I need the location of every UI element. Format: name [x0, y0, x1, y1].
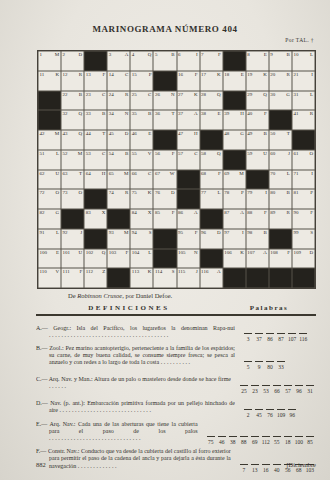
cell-48: 48G	[223, 130, 246, 150]
letter-blank: 76	[266, 409, 274, 418]
cell-number: 69	[224, 171, 229, 177]
cell-55: 55V	[130, 150, 153, 170]
cell-number: 39	[224, 111, 229, 117]
letter-blank: 96	[288, 409, 296, 418]
blank-number: 88	[241, 439, 247, 445]
blank-number: 18	[285, 439, 291, 445]
black-cell-r12c11	[269, 268, 292, 288]
cell-clue-letter: M	[55, 52, 59, 58]
cell-number: 2	[63, 52, 66, 58]
letter-blank: 57	[284, 385, 292, 394]
cell-clue-letter: R	[310, 111, 313, 117]
cell-clue-letter: L	[56, 230, 59, 236]
cell-2: 2D	[61, 51, 84, 71]
cell-number: 10	[293, 52, 298, 58]
cell-clue-letter: C	[125, 72, 128, 78]
cell-number: 71	[293, 171, 298, 177]
cell-clue-letter: Q	[263, 92, 267, 98]
cell-clue-letter: C	[102, 92, 105, 98]
cell-number: 33	[86, 111, 91, 117]
cell-clue-letter: U	[263, 151, 267, 157]
cell-number: 28	[201, 92, 206, 98]
cell-40: 40F	[246, 110, 269, 130]
cell-36: 36T	[153, 110, 176, 130]
cell-clue-letter: I	[265, 190, 267, 196]
cell-number: 87	[224, 210, 229, 216]
cell-clue-letter: F	[102, 72, 105, 78]
letter-blank: 40	[273, 464, 281, 473]
cell-number: 112	[86, 269, 93, 275]
cell-105: 105N	[177, 249, 200, 269]
cell-number: 48	[224, 131, 229, 137]
cell-30: 30G	[269, 91, 292, 111]
cell-number: 84	[132, 210, 137, 216]
blank-number: 69	[252, 439, 258, 445]
cell-number: 109	[293, 250, 301, 256]
blank-number: 31	[307, 388, 313, 394]
cell-clue-letter: X	[102, 210, 106, 216]
cell-number: 3	[109, 52, 112, 58]
cell-82: 82G	[38, 209, 61, 229]
cell-number: 56	[155, 151, 160, 157]
cell-73: 73O	[61, 189, 84, 209]
blank-number: 9	[258, 364, 261, 370]
letter-blank: 109	[277, 409, 285, 418]
blank-number: 38	[230, 439, 236, 445]
cell-clue-letter: X	[148, 210, 152, 216]
cell-clue-letter: J	[288, 151, 290, 157]
cell-51: 51L	[38, 150, 61, 170]
cell-14: 14C	[107, 71, 130, 91]
cell-81: 81P	[292, 189, 315, 209]
cell-33: 33B	[84, 110, 107, 130]
cell-number: 72	[40, 190, 45, 196]
cell-clue-letter: S	[310, 230, 313, 236]
cell-61: 61O	[292, 150, 315, 170]
cell-number: 94	[132, 230, 137, 236]
blank-number: 3	[247, 336, 250, 342]
blank-number: 25	[241, 388, 247, 394]
cell-number: 81	[293, 190, 298, 196]
section-headers: DEFINICIONES Palabras	[36, 304, 316, 312]
cell-47: 47H	[177, 130, 200, 150]
cell-number: 41	[293, 111, 298, 117]
clue-A: A.— Geogr.: Isla del Pacífico, los lugar…	[36, 321, 317, 339]
cell-26: 26N	[153, 91, 176, 111]
cell-clue-letter: M	[55, 131, 59, 137]
black-cell-r5c8	[200, 130, 223, 150]
cell-clue-letter: G	[55, 210, 59, 216]
cell-clue-letter: O	[309, 151, 313, 157]
cell-76: 76D	[153, 189, 176, 209]
cell-number: 8	[247, 52, 250, 58]
cell-number: 47	[178, 131, 183, 137]
cell-42: 42M	[38, 130, 61, 150]
cell-clue-letter: A	[194, 111, 198, 117]
black-cell-r7c10	[246, 170, 269, 190]
leader-dots: .............	[78, 463, 118, 469]
cell-103: 103F	[107, 249, 130, 269]
cell-clue-letter: O	[79, 190, 83, 196]
cell-clue-letter: P	[149, 72, 152, 78]
cell-86: 86A	[177, 209, 200, 229]
letter-blank: 25	[240, 385, 248, 394]
letter-blank: 16	[262, 464, 270, 473]
leader-dots: .......................................	[49, 332, 170, 338]
cell-clue-letter: B	[148, 111, 151, 117]
clue-list: A.— Geogr.: Isla del Pacífico, los lugar…	[36, 321, 317, 476]
cell-clue-letter: I	[242, 230, 244, 236]
attribution-suffix: , por Daniel Defoe.	[122, 292, 172, 299]
cell-number: 103	[109, 250, 117, 256]
cell-99: 99S	[292, 229, 315, 249]
blank-number: 2	[247, 412, 250, 418]
palabras-header: Palabras	[222, 304, 316, 312]
cell-65: 65M	[107, 170, 130, 190]
blank-number: 96	[296, 388, 302, 394]
cell-number: 23	[86, 92, 91, 98]
cell-112: 112Z	[84, 268, 107, 288]
cell-clue-letter: F	[79, 269, 82, 275]
cell-number: 31	[293, 92, 298, 98]
letter-blank: 112	[262, 436, 270, 445]
letter-blank: 31	[306, 385, 314, 394]
blank-number: 57	[285, 388, 291, 394]
blank-number: 66	[274, 388, 280, 394]
letter-blank: 80	[266, 361, 274, 370]
cell-clue-letter: H	[240, 111, 244, 117]
author-credit: Por TAL. †	[285, 37, 314, 43]
cell-clue-letter: L	[310, 52, 313, 58]
palabras-numbers-A: 3378687107116	[235, 324, 317, 342]
blank-number: 75	[208, 439, 214, 445]
cell-clue-letter: M	[124, 230, 128, 236]
cell-24: 24R	[107, 91, 130, 111]
cell-number: 12	[63, 72, 68, 78]
black-cell-r4c11	[269, 110, 292, 130]
black-cell-r2c6	[153, 71, 176, 91]
quote-attribution: De Robinson Crusoe, por Daniel Defoe.	[68, 292, 172, 299]
blank-number: 85	[307, 439, 313, 445]
cell-clue-letter: K	[148, 190, 152, 196]
cell-clue-letter: Q	[79, 111, 83, 117]
blank-number: 40	[274, 467, 280, 473]
cell-clue-letter: K	[217, 72, 221, 78]
cell-number: 9	[270, 52, 273, 58]
cell-clue-letter: N	[194, 250, 198, 256]
cell-number: 7	[201, 52, 204, 58]
cell-59: 59U	[246, 150, 269, 170]
cell-clue-letter: J	[196, 269, 198, 275]
cell-57: 57C	[177, 150, 200, 170]
cell-28: 28Q	[200, 91, 223, 111]
cell-clue-letter: E	[148, 131, 151, 137]
cell-16: 16F	[177, 71, 200, 91]
blank-number: 76	[267, 412, 273, 418]
cell-clue-letter: F	[264, 111, 267, 117]
cell-clue-letter: K	[194, 92, 198, 98]
cell-87: 87A	[223, 209, 246, 229]
cell-clue-letter: B	[171, 52, 174, 58]
cell-number: 75	[132, 190, 137, 196]
cell-number: 32	[63, 111, 68, 117]
cell-number: 66	[132, 171, 137, 177]
blank-number: 45	[256, 412, 262, 418]
cell-70: 70L	[269, 170, 292, 190]
cell-clue-letter: I	[311, 72, 313, 78]
cell-clue-letter: G	[240, 131, 244, 137]
cell-27: 27K	[177, 91, 200, 111]
cell-clue-letter: R	[287, 210, 290, 216]
cell-38: 38E	[200, 110, 223, 130]
cell-number: 57	[178, 151, 183, 157]
cell-clue-letter: M	[78, 151, 82, 157]
letter-blank: 38	[229, 436, 237, 445]
cell-101: 101U	[61, 249, 84, 269]
black-cell-r10c11	[269, 229, 292, 249]
clue-text-A: A.— Geogr.: Isla del Pacífico, los lugar…	[36, 325, 235, 339]
blank-number: 100	[295, 439, 303, 445]
cell-clue-letter: B	[102, 111, 105, 117]
cell-94: 94S	[130, 229, 153, 249]
cell-35: 35B	[130, 110, 153, 130]
cell-clue-letter: A	[194, 210, 198, 216]
black-cell-r10c3	[84, 229, 107, 249]
cell-number: 64	[86, 171, 91, 177]
cell-37: 37A	[177, 110, 200, 130]
cell-clue-letter: L	[310, 92, 313, 98]
cell-number: 34	[109, 111, 114, 117]
cell-number: 100	[40, 250, 48, 256]
cell-clue-letter: P	[241, 190, 244, 196]
cell-number: 63	[63, 171, 68, 177]
letter-blank: 5	[244, 361, 252, 370]
letter-blank: 86	[266, 333, 274, 342]
cell-number: 65	[109, 171, 114, 177]
clue-B: B.— Zool.: Pez marino acantopterigio, pe…	[36, 345, 317, 367]
cell-clue-letter: H	[102, 171, 106, 177]
cell-number: 95	[178, 230, 183, 236]
cell-109: 109D	[292, 249, 315, 269]
cell-clue-letter: L	[56, 151, 59, 157]
cell-63: 63T	[61, 170, 84, 190]
cell-number: 16	[178, 72, 183, 78]
cell-clue-letter: U	[55, 171, 59, 177]
cell-45: 45D	[107, 130, 130, 150]
cell-clue-letter: F	[172, 151, 175, 157]
clue-text-F: F.— Constr. Nav.: Conducto que va desde …	[36, 448, 231, 470]
cell-75: 75K	[130, 189, 153, 209]
blank-number: 23	[252, 388, 258, 394]
cell-21: 21I	[292, 71, 315, 91]
cell-78: 78P	[223, 189, 246, 209]
cell-number: 110	[40, 269, 47, 275]
black-cell-r12c10	[246, 268, 269, 288]
letter-blank: 55	[273, 436, 281, 445]
cell-number: 76	[155, 190, 160, 196]
palabras-numbers-E: 7546388869112551810085	[198, 427, 317, 445]
page-title: MARINOGRAMA NÚMERO 404	[0, 24, 330, 34]
cell-85: 85F	[153, 209, 176, 229]
blank-number: 112	[262, 439, 270, 445]
cell-clue-letter: M	[124, 171, 128, 177]
letter-blank: 9	[255, 361, 263, 370]
black-cell-r12c4	[107, 268, 130, 288]
cell-15: 15P	[130, 71, 153, 91]
cell-number: 102	[86, 250, 94, 256]
cell-93: 93M	[107, 229, 130, 249]
black-cell-r9c2	[61, 209, 84, 229]
cell-number: 60	[270, 151, 275, 157]
cell-number: 106	[224, 250, 232, 256]
cell-number: 27	[178, 92, 183, 98]
cell-4: 4Q	[130, 51, 153, 71]
cell-102: 102Q	[84, 249, 107, 269]
blank-number: 107	[288, 336, 296, 342]
cell-number: 91	[40, 230, 45, 236]
cell-number: 113	[132, 269, 139, 275]
marinograma-grid: 1M2D3A4Q5B6I7F8E9B10L11K12R13F14C15P16F1…	[37, 50, 316, 289]
blank-number: 86	[267, 336, 273, 342]
cell-number: 83	[86, 210, 91, 216]
cell-77: 77L	[200, 189, 223, 209]
cell-107: 107A	[246, 249, 269, 269]
cell-68: 68F	[200, 170, 223, 190]
cell-46: 46E	[130, 130, 153, 150]
cell-number: 85	[155, 210, 160, 216]
cell-97: 97I	[223, 229, 246, 249]
cell-clue-letter: I	[196, 52, 198, 58]
cell-60: 60J	[269, 150, 292, 170]
cell-number: 38	[201, 111, 206, 117]
cell-number: 73	[63, 190, 68, 196]
leader-dots: ..............................	[49, 435, 142, 441]
cell-56: 56F	[153, 150, 176, 170]
cell-9: 9B	[269, 51, 292, 71]
cell-clue-letter: C	[194, 151, 197, 157]
cell-number: 35	[132, 111, 137, 117]
blank-number: 46	[219, 439, 225, 445]
cell-clue-letter: R	[79, 72, 82, 78]
cell-clue-letter: R	[125, 190, 128, 196]
cell-clue-letter: Q	[79, 131, 83, 137]
letter-blank: 13	[251, 464, 259, 473]
cell-number: 30	[270, 92, 275, 98]
issue-month: [Diciembre	[286, 461, 316, 468]
cell-number: 53	[86, 151, 91, 157]
cell-91: 91L	[38, 229, 61, 249]
cell-number: 29	[247, 92, 252, 98]
cell-clue-letter: E	[218, 111, 221, 117]
cell-31: 31L	[292, 91, 315, 111]
blank-number: 87	[278, 336, 284, 342]
cell-number: 107	[247, 250, 255, 256]
cell-number: 18	[224, 72, 229, 78]
cell-clue-letter: C	[148, 92, 151, 98]
cell-29: 29Q	[246, 91, 269, 111]
cell-clue-letter: A	[217, 269, 221, 275]
cell-53: 53C	[84, 150, 107, 170]
cell-number: 86	[178, 210, 183, 216]
cell-number: 89	[270, 210, 275, 216]
cell-clue-letter: B	[263, 230, 266, 236]
cell-number: 52	[63, 151, 68, 157]
cell-50: 50T	[269, 130, 292, 150]
cell-number: 51	[40, 151, 45, 157]
cell-clue-letter: T	[79, 171, 82, 177]
blank-number: 55	[274, 439, 280, 445]
cell-number: 17	[201, 72, 206, 78]
cell-number: 46	[132, 131, 137, 137]
cell-clue-letter: B	[79, 92, 82, 98]
letter-blank: 2	[244, 409, 252, 418]
cell-number: 104	[132, 250, 140, 256]
cell-13: 13F	[84, 71, 107, 91]
letter-blank: 69	[251, 436, 259, 445]
cell-clue-letter: D	[125, 131, 129, 137]
leader-dots: ..........	[161, 359, 192, 365]
cell-number: 80	[270, 190, 275, 196]
cell-number: 62	[40, 171, 45, 177]
cell-89: 89R	[269, 209, 292, 229]
cell-41: 41R	[292, 110, 315, 130]
cell-clue-letter: F	[218, 52, 221, 58]
cell-number: 55	[132, 151, 137, 157]
cell-clue-letter: N	[125, 111, 129, 117]
cell-43: 43Q	[61, 130, 84, 150]
cell-1: 1M	[38, 51, 61, 71]
cell-clue-letter: B	[287, 190, 290, 196]
blank-number: 53	[263, 388, 269, 394]
cell-clue-letter: F	[287, 250, 290, 256]
cell-44: 44T	[84, 130, 107, 150]
cell-number: 13	[86, 72, 91, 78]
letter-blank: 46	[218, 436, 226, 445]
letter-blank: 3	[244, 333, 252, 342]
cell-67: 67W	[153, 170, 176, 190]
black-cell-r3c1	[38, 91, 61, 111]
cell-10: 10L	[292, 51, 315, 71]
cell-83: 83X	[84, 209, 107, 229]
cell-clue-letter: R	[287, 72, 290, 78]
black-cell-r1c9	[223, 51, 246, 71]
cell-clue-letter: T	[171, 111, 174, 117]
cell-18: 18E	[223, 71, 246, 91]
clue-text-D: D.— Nav. (p. ant.): Embarcación primitiv…	[36, 400, 235, 414]
cell-110: 110V	[38, 268, 61, 288]
letter-blank: 116	[299, 333, 307, 342]
cell-number: 101	[63, 250, 71, 256]
black-cell-r11c8	[200, 249, 223, 269]
cell-number: 11	[40, 72, 45, 78]
clue-C: C.— Arq. Nav. y Man.: Altura de un palo …	[36, 373, 317, 391]
clue-text-B: B.— Zool.: Pez marino acantopterigio, pe…	[36, 345, 235, 367]
cell-number: 67	[155, 171, 160, 177]
cell-clue-letter: F	[195, 230, 198, 236]
cell-clue-letter: K	[55, 72, 59, 78]
cell-clue-letter: R	[125, 92, 128, 98]
cell-clue-letter: K	[263, 72, 267, 78]
cell-clue-letter: B	[125, 151, 128, 157]
blank-number: 116	[299, 336, 307, 342]
work-title: Robinson Crusoe	[77, 292, 122, 299]
black-cell-r10c6	[153, 229, 176, 249]
blank-number: 96	[290, 412, 296, 418]
cell-number: 115	[178, 269, 185, 275]
black-cell-r6c9	[223, 150, 246, 170]
cell-clue-letter: K	[148, 269, 152, 275]
cell-number: 116	[201, 269, 208, 275]
